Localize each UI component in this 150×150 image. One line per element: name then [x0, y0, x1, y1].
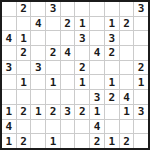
- cell-r7c9-clue[interactable]: 3: [134, 105, 148, 119]
- cell-r7c4-clue[interactable]: 3: [61, 105, 75, 119]
- cell-r2c1-clue[interactable]: 1: [17, 31, 31, 45]
- cell-r4c5-clue[interactable]: 2: [75, 61, 89, 75]
- cell-r0c0-empty[interactable]: [2, 2, 16, 16]
- cell-r4c8-empty[interactable]: [120, 61, 134, 75]
- cell-r5c2-empty[interactable]: [31, 75, 45, 89]
- cell-r4c7-empty[interactable]: [105, 61, 119, 75]
- cell-r4c3-empty[interactable]: [46, 61, 60, 75]
- cell-r6c6-clue[interactable]: 3: [90, 90, 104, 104]
- cell-r8c7-empty[interactable]: [105, 120, 119, 134]
- cell-r7c3-clue[interactable]: 2: [46, 105, 60, 119]
- cell-r3c4-clue[interactable]: 4: [61, 46, 75, 60]
- cell-r4c6-empty[interactable]: [90, 61, 104, 75]
- cell-r5c1-clue[interactable]: 1: [17, 75, 31, 89]
- cell-r1c3-empty[interactable]: [46, 17, 60, 31]
- cell-r1c4-clue[interactable]: 2: [61, 17, 75, 31]
- cell-r0c3-clue[interactable]: 3: [46, 2, 60, 16]
- cell-r7c1-clue[interactable]: 2: [17, 105, 31, 119]
- cell-r6c9-empty[interactable]: [134, 90, 148, 104]
- cell-r4c9-clue[interactable]: 2: [134, 61, 148, 75]
- cell-r7c7-empty[interactable]: [105, 105, 119, 119]
- cell-r4c4-empty[interactable]: [61, 61, 75, 75]
- cell-r1c7-clue[interactable]: 1: [105, 17, 119, 31]
- cell-r8c8-empty[interactable]: [120, 120, 134, 134]
- cell-r4c2-clue[interactable]: 3: [31, 61, 45, 75]
- cell-r9c9-empty[interactable]: [134, 134, 148, 148]
- cell-r3c9-empty[interactable]: [134, 46, 148, 60]
- cell-r8c0-clue[interactable]: 4: [2, 120, 16, 134]
- cell-r8c3-empty[interactable]: [46, 120, 60, 134]
- cell-r7c2-clue[interactable]: 1: [31, 105, 45, 119]
- cell-r2c6-empty[interactable]: [90, 31, 104, 45]
- cell-r8c4-empty[interactable]: [61, 120, 75, 134]
- cell-r3c2-empty[interactable]: [31, 46, 45, 60]
- cell-r9c0-clue[interactable]: 1: [2, 134, 16, 148]
- cell-r6c8-clue[interactable]: 4: [120, 90, 134, 104]
- cell-r1c5-clue[interactable]: 1: [75, 17, 89, 31]
- cell-r5c4-empty[interactable]: [61, 75, 75, 89]
- cell-r1c2-clue[interactable]: 4: [31, 17, 45, 31]
- cell-r8c6-clue[interactable]: 4: [90, 120, 104, 134]
- cell-r6c3-empty[interactable]: [46, 90, 60, 104]
- cell-r3c8-empty[interactable]: [120, 46, 134, 60]
- cell-r2c5-clue[interactable]: 3: [75, 31, 89, 45]
- cell-r3c0-empty[interactable]: [2, 46, 16, 60]
- cell-r0c6-empty[interactable]: [90, 2, 104, 16]
- cell-r8c2-empty[interactable]: [31, 120, 45, 134]
- cell-r5c6-empty[interactable]: [90, 75, 104, 89]
- cell-r0c9-clue[interactable]: 3: [134, 2, 148, 16]
- cell-r2c8-empty[interactable]: [120, 31, 134, 45]
- cell-r3c6-clue[interactable]: 4: [90, 46, 104, 60]
- cell-r7c5-clue[interactable]: 2: [75, 105, 89, 119]
- cell-r0c5-empty[interactable]: [75, 2, 89, 16]
- cell-r0c2-empty[interactable]: [31, 2, 45, 16]
- cell-r0c7-empty[interactable]: [105, 2, 119, 16]
- cell-r7c8-clue[interactable]: 1: [120, 105, 134, 119]
- cell-r6c5-empty[interactable]: [75, 90, 89, 104]
- puzzle-board: 2334211241332244233221111132412123211344…: [0, 0, 150, 150]
- cell-r9c4-empty[interactable]: [61, 134, 75, 148]
- cell-r0c4-empty[interactable]: [61, 2, 75, 16]
- cell-r3c7-clue[interactable]: 2: [105, 46, 119, 60]
- cell-r4c1-empty[interactable]: [17, 61, 31, 75]
- cell-r1c1-empty[interactable]: [17, 17, 31, 31]
- cell-r8c9-empty[interactable]: [134, 120, 148, 134]
- cell-r0c1-clue[interactable]: 2: [17, 2, 31, 16]
- cell-r2c4-empty[interactable]: [61, 31, 75, 45]
- cell-r6c2-empty[interactable]: [31, 90, 45, 104]
- cell-r9c8-clue[interactable]: 2: [120, 134, 134, 148]
- cell-r1c0-empty[interactable]: [2, 17, 16, 31]
- cell-r9c3-clue[interactable]: 1: [46, 134, 60, 148]
- cell-r9c6-clue[interactable]: 2: [90, 134, 104, 148]
- cell-r1c6-empty[interactable]: [90, 17, 104, 31]
- cell-r9c7-clue[interactable]: 1: [105, 134, 119, 148]
- cell-r1c8-clue[interactable]: 2: [120, 17, 134, 31]
- cell-r2c9-empty[interactable]: [134, 31, 148, 45]
- cell-r5c7-clue[interactable]: 1: [105, 75, 119, 89]
- cell-r5c3-clue[interactable]: 1: [46, 75, 60, 89]
- cell-r2c3-empty[interactable]: [46, 31, 60, 45]
- cell-r1c9-empty[interactable]: [134, 17, 148, 31]
- cell-r9c2-empty[interactable]: [31, 134, 45, 148]
- cell-r6c4-empty[interactable]: [61, 90, 75, 104]
- cell-r2c0-clue[interactable]: 4: [2, 31, 16, 45]
- cell-r7c0-clue[interactable]: 1: [2, 105, 16, 119]
- cell-r6c0-empty[interactable]: [2, 90, 16, 104]
- cell-r3c3-clue[interactable]: 2: [46, 46, 60, 60]
- cell-r2c2-empty[interactable]: [31, 31, 45, 45]
- cell-r8c5-empty[interactable]: [75, 120, 89, 134]
- cell-r9c5-empty[interactable]: [75, 134, 89, 148]
- cell-r8c1-empty[interactable]: [17, 120, 31, 134]
- cell-r4c0-clue[interactable]: 3: [2, 61, 16, 75]
- cell-r5c9-clue[interactable]: 1: [134, 75, 148, 89]
- cell-r6c7-clue[interactable]: 2: [105, 90, 119, 104]
- cell-r3c5-empty[interactable]: [75, 46, 89, 60]
- cell-r3c1-clue[interactable]: 2: [17, 46, 31, 60]
- cell-r0c8-empty[interactable]: [120, 2, 134, 16]
- cell-r2c7-clue[interactable]: 3: [105, 31, 119, 45]
- cell-r5c5-clue[interactable]: 1: [75, 75, 89, 89]
- cell-r5c8-empty[interactable]: [120, 75, 134, 89]
- cell-r7c6-clue[interactable]: 1: [90, 105, 104, 119]
- cell-r6c1-empty[interactable]: [17, 90, 31, 104]
- cell-r9c1-clue[interactable]: 2: [17, 134, 31, 148]
- cell-r5c0-empty[interactable]: [2, 75, 16, 89]
